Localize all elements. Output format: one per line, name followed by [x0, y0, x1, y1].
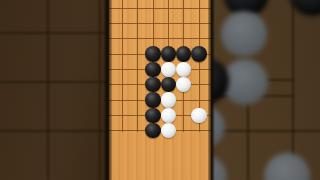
white-stone — [161, 123, 177, 139]
blurred-grid-line — [210, 130, 320, 132]
black-stone — [145, 77, 161, 93]
white-stone — [191, 108, 207, 124]
blurred-white-stone — [264, 153, 310, 180]
grid-line — [109, 8, 211, 9]
blurred-grid-line — [0, 32, 110, 34]
black-stone — [191, 46, 207, 62]
blurred-grid-line — [0, 81, 110, 83]
crop-seam-left — [103, 0, 112, 180]
blurred-grid-line — [0, 130, 110, 132]
black-stone — [145, 123, 161, 139]
blurred-grid-line — [265, 79, 293, 81]
blurred-background-right — [210, 0, 320, 180]
video-frame — [0, 0, 320, 180]
blurred-grid-line — [99, 0, 101, 180]
white-stone — [176, 62, 192, 78]
blurred-white-stone — [221, 11, 267, 57]
grid-line — [122, 0, 123, 132]
grid-line — [137, 0, 138, 132]
white-stone — [161, 92, 177, 108]
black-stone — [161, 46, 177, 62]
blurred-grid-line — [47, 0, 49, 180]
white-stone — [161, 62, 177, 78]
black-stone — [145, 92, 161, 108]
black-stone — [176, 46, 192, 62]
black-stone — [145, 46, 161, 62]
go-board — [109, 0, 211, 180]
blurred-background-left — [0, 0, 110, 180]
black-stone — [145, 108, 161, 124]
crop-seam-right — [208, 0, 215, 180]
grid-line — [109, 23, 211, 24]
black-stone — [145, 62, 161, 78]
black-stone — [161, 77, 177, 93]
white-stone — [176, 77, 192, 93]
white-stone — [161, 108, 177, 124]
grid-line — [109, 38, 211, 39]
blurred-grid-line — [247, 98, 249, 180]
